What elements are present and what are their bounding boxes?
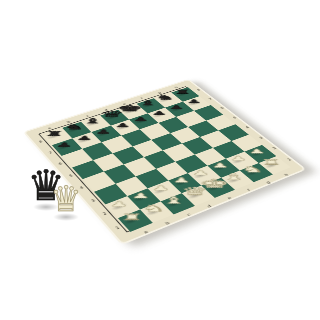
product-photo: aabbccddeeffgghh8877665544332211 ♜♞♝♛♚♝♞… <box>0 0 320 320</box>
extra-queens-layer: ♛♛ <box>0 0 320 320</box>
extra-white-queen: ♛ <box>50 182 81 217</box>
